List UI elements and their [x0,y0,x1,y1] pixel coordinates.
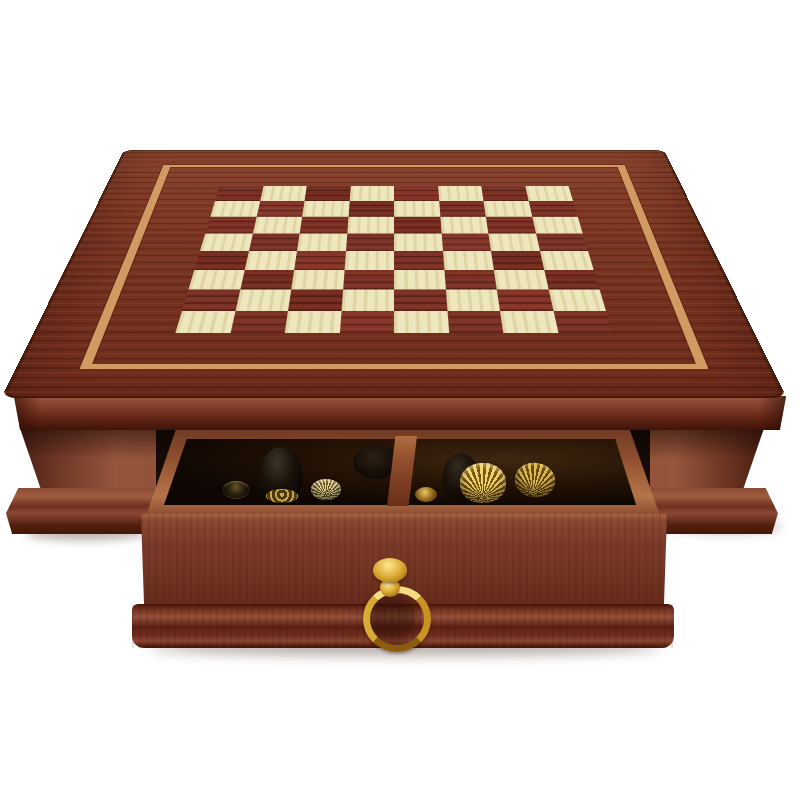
square-b4 [244,251,297,270]
square-a2 [182,290,240,311]
square-f7 [439,201,486,217]
square-f5 [441,233,491,251]
square-d5 [346,233,395,251]
square-g6 [486,217,536,234]
drawer-front [141,514,667,648]
square-g1 [500,311,558,333]
square-d7 [348,201,394,217]
square-a5 [200,233,252,251]
square-h4 [540,251,594,270]
square-g3 [494,270,548,290]
stored-dark-piece-ringed-base [266,489,298,503]
chess-board-grid [175,186,612,333]
square-a8 [215,186,263,201]
square-f4 [443,251,494,270]
square-c6 [300,217,348,234]
square-c1 [285,311,341,333]
stored-dark-piece-base [223,481,249,498]
square-h8 [525,186,573,201]
square-h5 [536,233,588,251]
square-f8 [438,186,484,201]
square-c7 [302,201,349,217]
stored-fluted-base [311,479,341,500]
square-f2 [445,290,500,311]
square-e8 [394,186,439,201]
square-c5 [297,233,347,251]
square-h1 [553,311,613,333]
square-f6 [440,217,488,234]
square-e2 [394,290,447,311]
square-f1 [447,311,503,333]
square-h6 [532,217,583,234]
square-c3 [291,270,344,290]
square-e3 [394,270,445,290]
square-a3 [188,270,244,290]
square-e7 [394,201,440,217]
square-e1 [394,311,449,333]
square-h2 [548,290,606,311]
square-a6 [205,217,256,234]
square-d2 [341,290,394,311]
square-e4 [394,251,444,270]
square-h3 [544,270,600,290]
stored-brass-fluted-base [513,460,557,499]
square-c2 [288,290,343,311]
square-g8 [481,186,528,201]
board-edge-front [10,396,790,430]
chess-box-photo [0,0,800,800]
square-f3 [444,270,497,290]
square-h7 [528,201,577,217]
square-d1 [339,311,394,333]
handle-ring-icon [363,586,431,652]
square-b8 [260,186,307,201]
handle-mount-icon [373,558,407,582]
square-d6 [347,217,394,234]
square-e5 [394,233,443,251]
square-b1 [230,311,288,333]
square-g4 [491,251,544,270]
square-d3 [343,270,394,290]
square-b2 [235,290,291,311]
square-b5 [249,233,300,251]
square-c4 [294,251,345,270]
stored-brass-fluted-base-large [460,463,506,503]
square-a4 [194,251,248,270]
square-d4 [344,251,394,270]
board-inlay-border [80,165,709,369]
square-b7 [256,201,304,217]
square-g7 [483,201,531,217]
stored-brass-piece-small [415,487,437,502]
board-frame [1,150,787,398]
square-c8 [305,186,351,201]
square-d8 [349,186,394,201]
square-b6 [252,217,302,234]
square-e6 [394,217,441,234]
square-b3 [240,270,294,290]
square-a1 [175,311,235,333]
square-g2 [497,290,553,311]
square-a7 [210,201,259,217]
square-g5 [488,233,539,251]
